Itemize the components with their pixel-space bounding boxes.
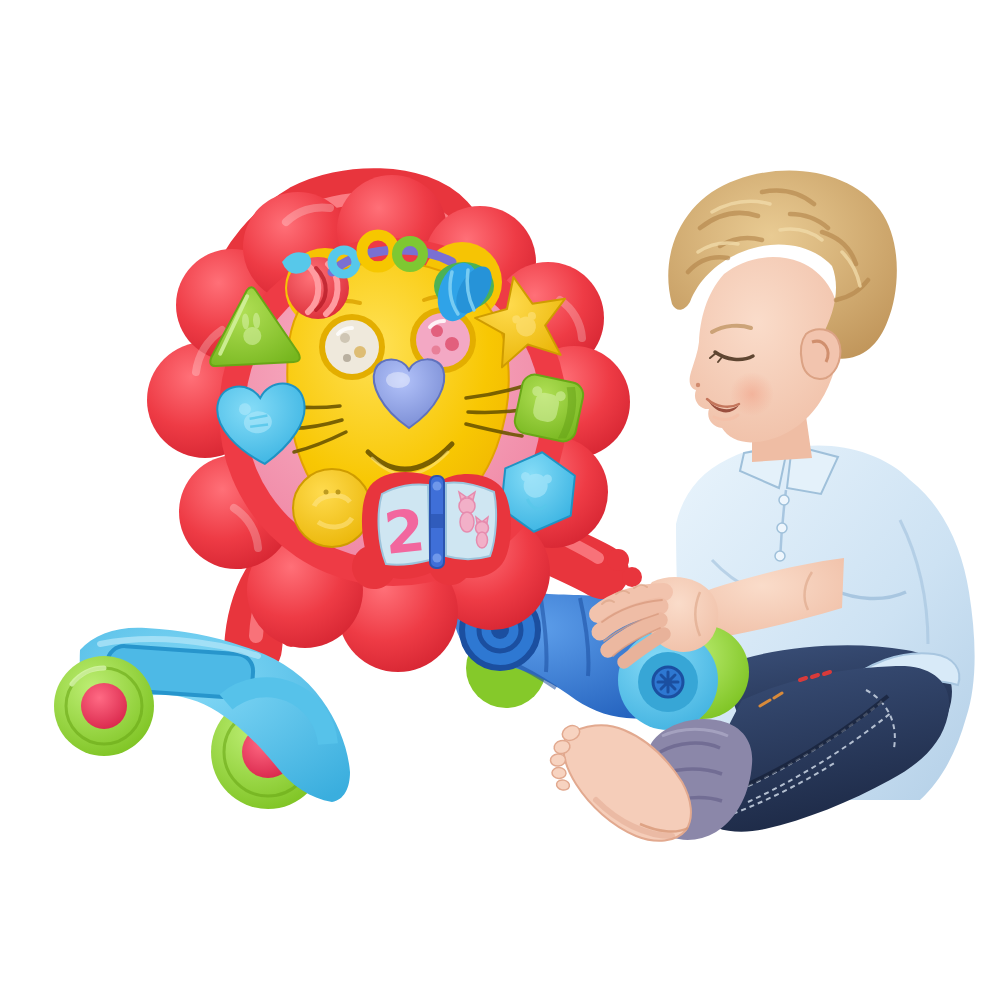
hinge-pin [433,482,442,491]
toe [556,779,571,791]
left-base [54,628,350,809]
toe [550,753,566,767]
right-paw-toe [622,567,642,587]
toddler-head [668,170,897,462]
baby-walker-toy: 2 [54,175,749,809]
cheek-blush [730,372,774,416]
butterfly-book: 2 [352,472,511,589]
scene-illustration: 2 [0,0,1000,1000]
eye-speckle [354,346,366,358]
right-paw-toe [607,549,629,571]
wheel-hub [81,683,127,729]
polo-button [779,495,789,505]
eye-splotch [445,337,459,351]
hinge-band [430,514,444,528]
front-left-wheel [54,656,154,756]
eye-splotch [432,346,441,355]
eye-speckle [343,354,351,362]
toe [552,767,567,779]
ball-shape [293,469,371,547]
yellow-ball-button [293,469,371,547]
polo-button [775,551,785,561]
hinge-pin [433,554,442,563]
nose-gloss [386,372,410,388]
book-page-number: 2 [381,496,428,568]
photo-canvas: 2 [0,0,1000,1000]
hub-spokes [658,672,678,692]
nostril [696,383,700,387]
ear [801,329,841,379]
polo-button [777,523,787,533]
eye-speckle [340,333,350,343]
green-cube-button [512,372,585,444]
